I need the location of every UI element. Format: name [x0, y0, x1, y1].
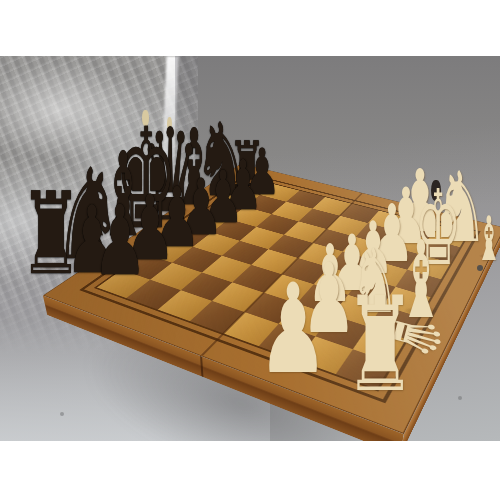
dust-speck — [477, 265, 483, 271]
piece-shadow — [103, 264, 137, 273]
piece-black-rook: ♜ — [19, 177, 82, 291]
piece-black-pawn: ♟ — [65, 194, 118, 287]
piece-shadow — [352, 374, 408, 389]
piece-shadow — [316, 292, 344, 299]
photo-bottom-band — [0, 441, 500, 500]
piece-shadow — [405, 222, 435, 230]
black-king-ivory-tip — [142, 110, 149, 126]
piece-shadow — [271, 358, 314, 370]
piece-black-bishop: ♝ — [98, 137, 148, 254]
piece-shadow — [441, 230, 482, 241]
piece-white-pawn: ♟ — [384, 178, 429, 256]
photo-top-band — [0, 0, 500, 56]
piece-white-pawn: ♟ — [307, 234, 353, 313]
piece-shadow — [163, 238, 192, 246]
piece-black-pawn: ♟ — [244, 141, 281, 205]
piece-shadow — [476, 252, 500, 259]
black-queen-ivory-tip — [167, 117, 172, 130]
piece-white-pawn: ♟ — [369, 194, 415, 273]
piece-layer: ♜♞♝♚♛♝♞♜♟♟♟♟♟♟♟♟♟♟♟♟♟♟♚♞♝♝♞♟♟♜♛ — [0, 0, 500, 500]
piece-white-pawn: ♟ — [395, 158, 444, 244]
piece-shadow — [415, 250, 462, 262]
piece-shadow — [188, 226, 215, 233]
piece-shadow — [26, 259, 75, 272]
piece-white-bishop: ♝ — [398, 227, 444, 334]
piece-shadow — [210, 214, 235, 221]
chess-set-photo: ♜♞♝♚♛♝♞♜♟♟♟♟♟♟♟♟♟♟♟♟♟♟♚♞♝♝♞♟♟♜♛ — [0, 0, 500, 500]
piece-white-pawn: ♟ — [301, 251, 356, 348]
piece-shadow — [62, 243, 115, 257]
piece-white-pawn: ♟ — [330, 225, 375, 303]
dust-speck — [458, 396, 462, 400]
piece-shadow — [312, 322, 346, 331]
piece-shadow — [393, 235, 420, 242]
white-king-dark-tip — [431, 180, 441, 201]
piece-shadow — [378, 252, 406, 259]
dust-speck — [60, 412, 64, 416]
piece-shadow — [398, 335, 429, 343]
piece-white-pawn: ♟ — [352, 212, 394, 284]
piece-shadow — [398, 305, 444, 317]
piece-shadow — [356, 302, 393, 312]
piece-white-bishop: ♝ — [476, 208, 500, 269]
piece-shadow — [231, 201, 255, 208]
piece-shadow — [98, 221, 148, 234]
piece-black-pawn: ♟ — [92, 193, 147, 290]
piece-shadow — [171, 191, 217, 203]
piece-shadow — [360, 265, 385, 272]
piece-white-rook: ♜ — [344, 280, 417, 411]
piece-shadow — [251, 187, 273, 194]
piece-shadow — [134, 250, 165, 258]
piece-shadow — [339, 282, 366, 289]
piece-white-knight: ♞ — [434, 159, 488, 256]
